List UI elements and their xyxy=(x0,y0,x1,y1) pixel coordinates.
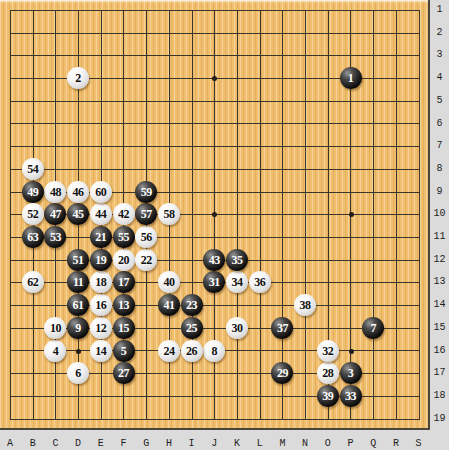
board-cell xyxy=(123,10,146,33)
stone-black: 5 xyxy=(113,340,135,362)
board-cell xyxy=(350,282,373,305)
board-cell xyxy=(350,237,373,260)
board-cell xyxy=(237,373,260,396)
column-coordinate-label: H xyxy=(166,439,172,449)
stone-black: 49 xyxy=(22,181,44,203)
board-cell xyxy=(396,10,419,33)
stone-white: 22 xyxy=(135,249,157,271)
board-cell xyxy=(373,260,396,283)
board-cell xyxy=(33,396,56,419)
stone-black: 15 xyxy=(113,317,135,339)
stone-white: 16 xyxy=(90,294,112,316)
board-cell xyxy=(305,101,328,124)
stone-black: 17 xyxy=(113,271,135,293)
row-coordinate-label: 13 xyxy=(433,277,445,287)
board-cell xyxy=(328,237,351,260)
stone-white: 4 xyxy=(44,340,66,362)
board-cell xyxy=(350,10,373,33)
board-cell xyxy=(146,373,169,396)
board-cell xyxy=(10,55,33,78)
board-cell xyxy=(33,10,56,33)
board-cell xyxy=(214,214,237,237)
board-cell xyxy=(146,123,169,146)
board-cell xyxy=(396,237,419,260)
board-cell xyxy=(373,214,396,237)
board-cell xyxy=(282,123,305,146)
board-cell xyxy=(146,396,169,419)
column-coordinate-label: I xyxy=(189,439,195,449)
board-cell xyxy=(328,305,351,328)
board-cell xyxy=(55,10,78,33)
board-cell xyxy=(192,123,215,146)
column-coordinate-label: J xyxy=(211,439,217,449)
stone-white: 46 xyxy=(67,181,89,203)
board-cell xyxy=(192,146,215,169)
board-cell xyxy=(33,33,56,56)
board-cell xyxy=(305,192,328,215)
board-cell xyxy=(214,146,237,169)
board-cell xyxy=(123,33,146,56)
board-cell xyxy=(260,101,283,124)
board-cell xyxy=(373,350,396,373)
board-cell xyxy=(214,396,237,419)
stone-black: 23 xyxy=(181,294,203,316)
board-cell xyxy=(214,78,237,101)
board-cell xyxy=(373,169,396,192)
board-cell xyxy=(282,260,305,283)
row-coordinate-label: 11 xyxy=(433,232,445,242)
board-cell xyxy=(237,10,260,33)
board-cell xyxy=(192,192,215,215)
board-cell xyxy=(282,192,305,215)
board-cell xyxy=(101,78,124,101)
board-cell xyxy=(78,396,101,419)
board-cell xyxy=(282,55,305,78)
column-coordinate-label: C xyxy=(52,439,58,449)
board-cell xyxy=(101,10,124,33)
board-cell xyxy=(214,373,237,396)
column-coordinate-label: E xyxy=(98,439,104,449)
board-cell xyxy=(350,169,373,192)
board-cell xyxy=(305,55,328,78)
board-cell xyxy=(396,328,419,351)
column-coordinate-label: D xyxy=(75,439,81,449)
row-coordinate-label: 3 xyxy=(436,50,442,60)
stone-black: 51 xyxy=(67,249,89,271)
board-cell xyxy=(282,146,305,169)
column-coordinate-label: A xyxy=(7,439,13,449)
stone-white: 26 xyxy=(181,340,203,362)
board-cell xyxy=(10,10,33,33)
board-cell xyxy=(169,55,192,78)
board-cell xyxy=(305,214,328,237)
row-coordinate-label: 17 xyxy=(433,368,445,378)
row-coordinate-label: 19 xyxy=(433,414,445,424)
column-coordinate-label: F xyxy=(120,439,126,449)
board-cell xyxy=(237,192,260,215)
row-coordinate-label: 14 xyxy=(433,300,445,310)
row-coordinate-label: 4 xyxy=(436,73,442,83)
board-cell xyxy=(260,214,283,237)
row-coordinate-label: 16 xyxy=(433,346,445,356)
board-cell xyxy=(350,214,373,237)
stone-white: 20 xyxy=(113,249,135,271)
row-coordinate-label: 7 xyxy=(436,141,442,151)
board-cell xyxy=(192,55,215,78)
board-cell xyxy=(55,123,78,146)
board-cell xyxy=(396,396,419,419)
board-cell xyxy=(328,101,351,124)
star-point xyxy=(76,349,81,354)
board-cell xyxy=(10,101,33,124)
board-cell xyxy=(146,55,169,78)
row-coordinates-strip: 12345678910111213141516171819 xyxy=(430,0,449,450)
board-cell xyxy=(260,55,283,78)
row-coordinate-label: 12 xyxy=(433,255,445,265)
board-cell xyxy=(396,192,419,215)
board-cell xyxy=(373,123,396,146)
board-cell xyxy=(214,169,237,192)
stone-white: 8 xyxy=(203,340,225,362)
board-cell xyxy=(192,169,215,192)
go-board[interactable]: 1234567891011121314151617181920212223242… xyxy=(0,0,430,430)
board-cell xyxy=(396,55,419,78)
board-cell xyxy=(328,146,351,169)
board-cell xyxy=(305,260,328,283)
board-cell xyxy=(78,33,101,56)
board-cell xyxy=(237,33,260,56)
board-cell xyxy=(214,101,237,124)
board-cell xyxy=(237,78,260,101)
stone-white: 14 xyxy=(90,340,112,362)
stone-white: 54 xyxy=(22,158,44,180)
board-cell xyxy=(260,169,283,192)
board-cell xyxy=(123,146,146,169)
board-cell xyxy=(373,192,396,215)
stone-black: 35 xyxy=(226,249,248,271)
board-cell xyxy=(282,214,305,237)
board-cell xyxy=(396,305,419,328)
stone-black: 21 xyxy=(90,226,112,248)
board-cell xyxy=(373,101,396,124)
board-cell xyxy=(237,123,260,146)
stone-white: 30 xyxy=(226,317,248,339)
column-coordinate-label: S xyxy=(416,439,422,449)
stone-black: 7 xyxy=(362,317,384,339)
board-cell xyxy=(260,123,283,146)
board-cell xyxy=(192,396,215,419)
board-cell xyxy=(169,123,192,146)
board-cell xyxy=(396,260,419,283)
board-cell xyxy=(282,237,305,260)
board-cell xyxy=(350,260,373,283)
board-cell xyxy=(123,55,146,78)
board-cell xyxy=(305,146,328,169)
board-cell xyxy=(169,78,192,101)
board-cell xyxy=(192,78,215,101)
board-cell xyxy=(350,123,373,146)
board-cell xyxy=(282,396,305,419)
board-cell xyxy=(396,373,419,396)
board-cell xyxy=(260,33,283,56)
stone-black: 13 xyxy=(113,294,135,316)
board-cell xyxy=(328,214,351,237)
board-cell xyxy=(373,396,396,419)
board-cell xyxy=(328,192,351,215)
board-cell xyxy=(373,55,396,78)
board-cell xyxy=(396,146,419,169)
board-cell xyxy=(10,78,33,101)
board-cell xyxy=(146,10,169,33)
stone-black: 39 xyxy=(317,385,339,407)
board-cell xyxy=(33,55,56,78)
stone-white: 42 xyxy=(113,203,135,225)
board-cell xyxy=(237,169,260,192)
board-cell xyxy=(396,33,419,56)
board-cell xyxy=(101,123,124,146)
board-cell xyxy=(101,396,124,419)
board-cell xyxy=(328,123,351,146)
board-cell xyxy=(78,123,101,146)
board-cell xyxy=(10,396,33,419)
stone-white: 52 xyxy=(22,203,44,225)
board-cell xyxy=(123,101,146,124)
stone-white: 28 xyxy=(317,362,339,384)
column-coordinate-label: O xyxy=(325,439,331,449)
stone-white: 60 xyxy=(90,181,112,203)
board-cell xyxy=(237,396,260,419)
board-cell xyxy=(192,101,215,124)
column-coordinate-label: N xyxy=(302,439,308,449)
board-cell xyxy=(214,55,237,78)
board-cell xyxy=(328,10,351,33)
board-cell xyxy=(350,33,373,56)
board-cell xyxy=(396,214,419,237)
board-cell xyxy=(169,33,192,56)
row-coordinate-label: 9 xyxy=(436,187,442,197)
board-cell xyxy=(305,169,328,192)
board-cell xyxy=(101,55,124,78)
board-cell xyxy=(214,123,237,146)
board-cell xyxy=(328,33,351,56)
board-cell xyxy=(169,146,192,169)
stone-black: 41 xyxy=(158,294,180,316)
board-cell xyxy=(396,350,419,373)
stone-black: 25 xyxy=(181,317,203,339)
column-coordinate-label: G xyxy=(143,439,149,449)
board-cell xyxy=(169,169,192,192)
board-cell xyxy=(169,396,192,419)
board-cell xyxy=(169,101,192,124)
board-cell xyxy=(10,123,33,146)
go-diagram: 1234567891011121314151617181920212223242… xyxy=(0,0,449,450)
board-cell xyxy=(192,214,215,237)
board-cell xyxy=(10,328,33,351)
stone-white: 62 xyxy=(22,271,44,293)
stone-black: 9 xyxy=(67,317,89,339)
board-cell xyxy=(169,237,192,260)
board-cell xyxy=(260,78,283,101)
board-cell xyxy=(55,33,78,56)
board-cell xyxy=(305,123,328,146)
stone-black: 55 xyxy=(113,226,135,248)
board-cell xyxy=(373,33,396,56)
board-cell xyxy=(10,373,33,396)
board-cell xyxy=(237,214,260,237)
board-cell xyxy=(146,146,169,169)
column-coordinate-label: L xyxy=(257,439,263,449)
board-cell xyxy=(123,123,146,146)
board-cell xyxy=(10,350,33,373)
row-coordinate-label: 15 xyxy=(433,323,445,333)
board-cell xyxy=(78,101,101,124)
stone-black: 59 xyxy=(135,181,157,203)
board-cell xyxy=(192,373,215,396)
stone-black: 43 xyxy=(203,249,225,271)
board-cell xyxy=(282,101,305,124)
board-cell xyxy=(373,373,396,396)
board-cell xyxy=(78,10,101,33)
board-cell xyxy=(260,237,283,260)
board-cell xyxy=(10,305,33,328)
board-cell xyxy=(260,396,283,419)
row-coordinate-label: 8 xyxy=(436,164,442,174)
stone-black: 33 xyxy=(340,385,362,407)
row-coordinate-label: 2 xyxy=(436,28,442,38)
board-cell xyxy=(10,33,33,56)
star-point xyxy=(349,349,354,354)
board-cell xyxy=(192,10,215,33)
board-cell xyxy=(78,146,101,169)
stone-white: 32 xyxy=(317,340,339,362)
board-cell xyxy=(33,373,56,396)
board-cell xyxy=(328,282,351,305)
board-cell xyxy=(192,33,215,56)
stone-black: 19 xyxy=(90,249,112,271)
board-cell xyxy=(282,169,305,192)
board-cell xyxy=(146,101,169,124)
board-cell xyxy=(146,33,169,56)
board-cell xyxy=(169,10,192,33)
board-cell xyxy=(214,33,237,56)
column-coordinate-label: B xyxy=(30,439,36,449)
board-cell xyxy=(33,101,56,124)
column-coordinate-label: K xyxy=(234,439,240,449)
board-cell xyxy=(396,123,419,146)
row-coordinate-label: 1 xyxy=(436,5,442,15)
stone-black: 27 xyxy=(113,362,135,384)
board-cell xyxy=(305,237,328,260)
board-cell xyxy=(101,146,124,169)
row-coordinate-label: 10 xyxy=(433,209,445,219)
board-cell xyxy=(123,396,146,419)
column-coordinates-strip: ABCDEFGHIJKLMNOPQRS xyxy=(0,430,430,450)
board-cell xyxy=(237,101,260,124)
board-cell xyxy=(169,373,192,396)
column-coordinate-label: Q xyxy=(370,439,376,449)
board-cell xyxy=(373,78,396,101)
board-cell xyxy=(282,78,305,101)
board-top-bevel xyxy=(0,0,428,3)
stone-black: 3 xyxy=(340,362,362,384)
stone-white: 36 xyxy=(249,271,271,293)
board-cell xyxy=(396,282,419,305)
board-cell xyxy=(214,192,237,215)
board-cell xyxy=(373,146,396,169)
stone-black: 63 xyxy=(22,226,44,248)
board-cell xyxy=(214,10,237,33)
board-cell xyxy=(146,78,169,101)
board-cell xyxy=(123,78,146,101)
board-cell xyxy=(350,101,373,124)
stone-white: 44 xyxy=(90,203,112,225)
board-cell xyxy=(305,10,328,33)
row-coordinate-label: 5 xyxy=(436,96,442,106)
board-cell xyxy=(33,123,56,146)
board-cell xyxy=(373,10,396,33)
stone-white: 24 xyxy=(158,340,180,362)
board-cell xyxy=(282,33,305,56)
row-coordinate-label: 18 xyxy=(433,391,445,401)
board-cell xyxy=(237,146,260,169)
board-cell xyxy=(55,146,78,169)
board-cell xyxy=(55,101,78,124)
column-coordinate-label: P xyxy=(347,439,353,449)
stone-black: 1 xyxy=(340,67,362,89)
board-cell xyxy=(260,146,283,169)
board-cell xyxy=(328,169,351,192)
star-point xyxy=(349,212,354,217)
board-cell xyxy=(101,33,124,56)
board-cell xyxy=(305,78,328,101)
column-coordinate-label: R xyxy=(393,439,399,449)
board-cell xyxy=(101,101,124,124)
board-cell xyxy=(373,237,396,260)
board-cell xyxy=(396,101,419,124)
board-cell xyxy=(260,10,283,33)
column-coordinate-label: M xyxy=(279,439,285,449)
board-cell xyxy=(260,192,283,215)
board-cell xyxy=(396,78,419,101)
board-cell xyxy=(33,78,56,101)
board-cell xyxy=(305,33,328,56)
board-cell xyxy=(328,260,351,283)
stone-white: 48 xyxy=(44,181,66,203)
board-cell xyxy=(350,146,373,169)
board-cell xyxy=(350,192,373,215)
board-cell xyxy=(396,169,419,192)
board-cell xyxy=(282,10,305,33)
stone-white: 12 xyxy=(90,317,112,339)
board-cell xyxy=(237,350,260,373)
board-cell xyxy=(373,282,396,305)
row-coordinate-label: 6 xyxy=(436,119,442,129)
board-cell xyxy=(237,55,260,78)
board-cell xyxy=(55,396,78,419)
